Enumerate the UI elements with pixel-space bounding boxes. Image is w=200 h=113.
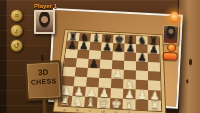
sound-button[interactable]: ♪ (10, 24, 23, 37)
square-e4[interactable]: ♟ (111, 69, 124, 79)
white-bishop[interactable]: ♝ (84, 96, 97, 109)
undo-icon: ↺ (14, 42, 20, 49)
sound-icon: ♪ (15, 27, 19, 34)
white-bishop[interactable]: ♝ (123, 98, 136, 111)
framed-screenshot: ♜♞♝♛♚♝♞♜♟♟♟♟♟♟♟♟♟♞♟♟♟♟♟♟♟♜♞♝♛♚♝♜ abcdefg… (48, 8, 183, 109)
square-c1[interactable]: ♝ (84, 97, 98, 108)
square-c5[interactable]: ♟ (88, 59, 101, 69)
file-label-b: b (71, 107, 84, 112)
square-h7[interactable]: ♟ (148, 45, 160, 54)
black-pawn[interactable]: ♟ (113, 42, 125, 53)
square-h1[interactable]: ♜ (148, 100, 161, 111)
square-c8[interactable]: ♝ (90, 34, 102, 43)
white-knight[interactable]: ♞ (71, 95, 84, 108)
white-king[interactable]: ♚ (110, 97, 123, 110)
black-pawn[interactable]: ♟ (101, 41, 113, 52)
menu-icon: ≡ (14, 12, 18, 19)
square-d1[interactable]: ♛ (97, 97, 110, 108)
player1-card: Player 1 (34, 3, 58, 34)
square-e3[interactable] (111, 79, 124, 89)
player1-avatar (34, 10, 55, 34)
lamp-glow (169, 11, 179, 23)
sign-post (43, 100, 48, 113)
black-bishop[interactable]: ♝ (90, 32, 102, 43)
black-pawn[interactable]: ♟ (78, 40, 90, 51)
square-f1[interactable]: ♝ (123, 99, 136, 110)
sign-board: 3D CHESS (25, 60, 63, 101)
chess-board[interactable]: ♜♞♝♛♚♝♞♜♟♟♟♟♟♟♟♟♟♞♟♟♟♟♟♟♟♜♞♝♛♚♝♜ (57, 32, 162, 112)
white-rook[interactable]: ♜ (148, 99, 161, 112)
black-pawn[interactable]: ♟ (88, 58, 101, 70)
left-toolbar: ≡ ♪ ↺ (10, 9, 23, 54)
white-pawn[interactable]: ♟ (136, 89, 149, 101)
square-b1[interactable]: ♞ (71, 96, 85, 107)
square-g2[interactable]: ♟ (136, 89, 149, 100)
menu-button[interactable]: ≡ (10, 9, 23, 22)
board-area: ♜♞♝♛♚♝♞♜♟♟♟♟♟♟♟♟♟♞♟♟♟♟♟♟♟♜♞♝♛♚♝♜ abcdefg… (53, 11, 171, 105)
square-e1[interactable]: ♚ (110, 98, 123, 109)
square-g8[interactable]: ♞ (136, 36, 147, 45)
square-b7[interactable]: ♟ (78, 41, 90, 50)
board-frame: ♜♞♝♛♚♝♞♜♟♟♟♟♟♟♟♟♟♞♟♟♟♟♟♟♟♜♞♝♛♚♝♜ abcdefg… (53, 29, 167, 113)
white-queen[interactable]: ♛ (97, 97, 110, 110)
app-title-line2: CHESS (27, 76, 59, 87)
black-pawn[interactable]: ♟ (66, 39, 78, 50)
player1-name: Player 1 (34, 3, 58, 9)
black-knight[interactable]: ♞ (136, 34, 148, 45)
black-pawn[interactable]: ♟ (148, 43, 160, 54)
player2-avatar (162, 25, 179, 45)
hint-button[interactable] (167, 43, 176, 52)
file-label-d: d (97, 109, 110, 113)
square-g6[interactable]: ♟ (136, 53, 148, 62)
square-g1[interactable] (136, 99, 149, 110)
black-pawn[interactable]: ♟ (136, 51, 148, 63)
title-sign: 3D CHESS (24, 54, 63, 113)
wood-background: ♜♞♝♛♚♝♞♜♟♟♟♟♟♟♟♟♟♞♟♟♟♟♟♟♟♜♞♝♛♚♝♜ abcdefg… (0, 0, 200, 113)
action-button[interactable] (162, 52, 177, 61)
black-pawn[interactable]: ♟ (124, 42, 136, 53)
undo-button[interactable]: ↺ (10, 39, 23, 52)
square-e7[interactable]: ♟ (113, 43, 125, 52)
file-label-c: c (84, 108, 97, 113)
square-d7[interactable]: ♟ (101, 42, 113, 51)
white-pawn[interactable]: ♟ (111, 68, 124, 80)
square-f7[interactable]: ♟ (124, 44, 136, 53)
